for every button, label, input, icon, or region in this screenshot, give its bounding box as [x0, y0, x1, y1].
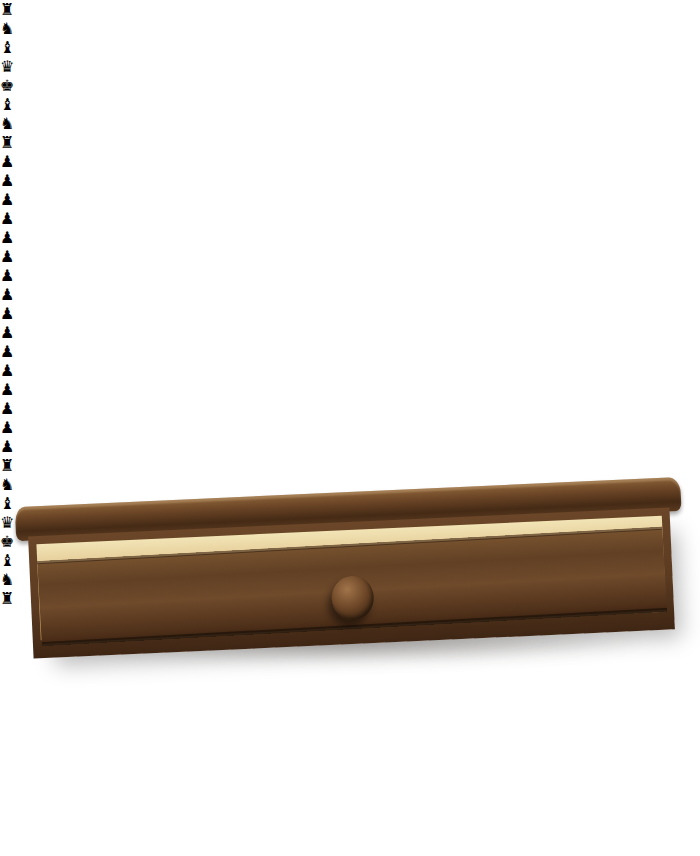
piece-black-rook: ♜ [0, 133, 14, 152]
square-c8: ♝ [0, 38, 700, 57]
piece-black-pawn: ♟ [0, 247, 14, 266]
piece-black-bishop: ♝ [0, 38, 14, 57]
piece-black-pawn: ♟ [0, 228, 14, 247]
piece-black-pawn: ♟ [0, 152, 14, 171]
square-g8: ♞ [0, 114, 700, 133]
piece-white-knight: ♞ [0, 475, 14, 494]
piece-black-pawn: ♟ [0, 209, 14, 228]
square-f8: ♝ [0, 95, 700, 114]
piece-white-rook: ♜ [0, 456, 14, 475]
product-photo: ♜♞♝♛♚♝♞♜♟♟♟♟♟♟♟♟♟♟♟♟♟♟♟♟♜♞♝♛♚♝♞♜ [0, 0, 700, 856]
square-a1: ♜ [0, 456, 700, 475]
square-a8: ♜ [0, 0, 700, 19]
square-b8: ♞ [0, 19, 700, 38]
drawer-opening [36, 516, 666, 640]
piece-white-pawn: ♟ [0, 342, 14, 361]
piece-white-bishop: ♝ [0, 494, 14, 513]
drawer-knob [331, 575, 375, 621]
piece-white-pawn: ♟ [0, 323, 14, 342]
square-d2: ♟ [0, 361, 700, 380]
square-h7: ♟ [0, 285, 700, 304]
square-g2: ♟ [0, 418, 700, 437]
piece-black-bishop: ♝ [0, 95, 14, 114]
square-d8: ♛ [0, 57, 700, 76]
square-c2: ♟ [0, 342, 700, 361]
piece-black-pawn: ♟ [0, 285, 14, 304]
square-e8: ♚ [0, 76, 700, 95]
piece-black-knight: ♞ [0, 114, 14, 133]
square-h2: ♟ [0, 437, 700, 456]
piece-black-knight: ♞ [0, 19, 14, 38]
square-f7: ♟ [0, 247, 700, 266]
piece-white-pawn: ♟ [0, 399, 14, 418]
piece-white-pawn: ♟ [0, 304, 14, 323]
square-e2: ♟ [0, 380, 700, 399]
piece-black-pawn: ♟ [0, 171, 14, 190]
piece-black-queen: ♛ [0, 57, 14, 76]
piece-black-pawn: ♟ [0, 190, 14, 209]
square-b2: ♟ [0, 323, 700, 342]
square-e7: ♟ [0, 228, 700, 247]
square-d7: ♟ [0, 209, 700, 228]
piece-white-pawn: ♟ [0, 361, 14, 380]
piece-white-pawn: ♟ [0, 437, 14, 456]
piece-white-pawn: ♟ [0, 418, 14, 437]
square-c7: ♟ [0, 190, 700, 209]
square-f2: ♟ [0, 399, 700, 418]
piece-black-king: ♚ [0, 76, 14, 95]
square-g7: ♟ [0, 266, 700, 285]
piece-white-pawn: ♟ [0, 380, 14, 399]
piece-black-pawn: ♟ [0, 266, 14, 285]
square-b7: ♟ [0, 171, 700, 190]
piece-black-rook: ♜ [0, 0, 14, 19]
square-h8: ♜ [0, 133, 700, 152]
drawer-front [37, 527, 667, 646]
storage-chest [23, 477, 680, 666]
square-a7: ♟ [0, 152, 700, 171]
square-a2: ♟ [0, 304, 700, 323]
